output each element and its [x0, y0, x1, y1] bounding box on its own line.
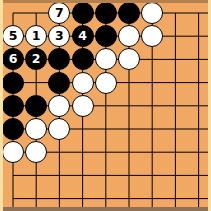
- white-stone[interactable]: [118, 25, 140, 47]
- intersection-r3c5[interactable]: [94, 48, 117, 71]
- intersection-r1c1[interactable]: [1, 1, 24, 24]
- intersection-r6c6[interactable]: [117, 117, 140, 140]
- intersection-r7c5[interactable]: [94, 141, 117, 164]
- intersection-r7c6[interactable]: [117, 141, 140, 164]
- white-stone[interactable]: 3: [48, 25, 70, 47]
- move-number-label: 5: [9, 30, 18, 43]
- intersection-r7c1[interactable]: [1, 141, 24, 164]
- move-number-label: 6: [9, 53, 18, 66]
- go-board-diagram: 7513462: [0, 0, 211, 211]
- move-number-label: 7: [55, 7, 64, 20]
- intersection-r3c7[interactable]: [141, 48, 164, 71]
- intersection-r1c9[interactable]: [187, 1, 210, 24]
- intersection-r2c6[interactable]: [117, 25, 140, 48]
- intersection-r7c8[interactable]: [164, 141, 187, 164]
- intersection-r6c1[interactable]: [1, 117, 24, 140]
- intersection-r1c5[interactable]: [94, 1, 117, 24]
- board-frame-left: [0, 0, 3, 211]
- board-frame-bottom: [0, 207, 211, 211]
- intersection-r2c4[interactable]: 4: [71, 25, 94, 48]
- intersection-r8c5[interactable]: [94, 164, 117, 187]
- white-stone[interactable]: [72, 72, 94, 94]
- white-stone[interactable]: 7: [48, 2, 70, 24]
- intersection-r5c9[interactable]: [187, 94, 210, 117]
- intersection-r6c3[interactable]: [48, 117, 71, 140]
- intersection-r5c1[interactable]: [1, 94, 24, 117]
- white-stone[interactable]: 1: [25, 25, 47, 47]
- black-stone[interactable]: [95, 25, 117, 47]
- intersection-r4c9[interactable]: [187, 71, 210, 94]
- white-stone[interactable]: [118, 48, 140, 70]
- move-number-label: 3: [55, 30, 64, 43]
- intersection-r4c8[interactable]: [164, 71, 187, 94]
- white-stone[interactable]: [141, 25, 163, 47]
- black-stone[interactable]: [2, 118, 24, 140]
- black-stone[interactable]: 6: [2, 48, 24, 70]
- intersection-r5c6[interactable]: [117, 94, 140, 117]
- black-stone[interactable]: [72, 48, 94, 70]
- intersection-r5c5[interactable]: [94, 94, 117, 117]
- intersection-r7c9[interactable]: [187, 141, 210, 164]
- intersection-r3c4[interactable]: [71, 48, 94, 71]
- white-stone[interactable]: 5: [2, 25, 24, 47]
- intersection-r5c3[interactable]: [48, 94, 71, 117]
- intersection-r8c1[interactable]: [1, 164, 24, 187]
- intersection-r3c1[interactable]: 6: [1, 48, 24, 71]
- intersection-r2c5[interactable]: [94, 25, 117, 48]
- intersection-r6c4[interactable]: [71, 117, 94, 140]
- intersection-r4c5[interactable]: [94, 71, 117, 94]
- white-stone[interactable]: [95, 72, 117, 94]
- intersection-r3c3[interactable]: [48, 48, 71, 71]
- intersection-r8c3[interactable]: [48, 164, 71, 187]
- intersection-r1c6[interactable]: [117, 1, 140, 24]
- intersection-r2c8[interactable]: [164, 25, 187, 48]
- intersection-r7c4[interactable]: [71, 141, 94, 164]
- intersection-r4c1[interactable]: [1, 71, 24, 94]
- intersection-r5c8[interactable]: [164, 94, 187, 117]
- board-frame-right: [208, 0, 211, 211]
- move-number-label: 1: [32, 30, 41, 43]
- intersection-r7c7[interactable]: [141, 141, 164, 164]
- black-stone[interactable]: 4: [72, 25, 94, 47]
- intersection-r6c7[interactable]: [141, 117, 164, 140]
- intersection-r5c4[interactable]: [71, 94, 94, 117]
- intersection-r2c7[interactable]: [141, 25, 164, 48]
- intersection-r6c8[interactable]: [164, 117, 187, 140]
- board-grid: 7513462: [1, 1, 210, 210]
- black-stone[interactable]: [2, 95, 24, 117]
- white-stone[interactable]: [25, 118, 47, 140]
- white-stone[interactable]: [25, 141, 47, 163]
- white-stone[interactable]: [2, 141, 24, 163]
- intersection-r1c7[interactable]: [141, 1, 164, 24]
- intersection-r2c2[interactable]: 1: [25, 25, 48, 48]
- black-stone[interactable]: [118, 2, 140, 24]
- intersection-r1c4[interactable]: [71, 1, 94, 24]
- black-stone[interactable]: [72, 2, 94, 24]
- intersection-r8c6[interactable]: [117, 164, 140, 187]
- intersection-r6c2[interactable]: [25, 117, 48, 140]
- move-number-label: 2: [32, 53, 41, 66]
- black-stone[interactable]: [2, 72, 24, 94]
- intersection-r8c4[interactable]: [71, 164, 94, 187]
- intersection-r3c9[interactable]: [187, 48, 210, 71]
- black-stone[interactable]: [48, 72, 70, 94]
- intersection-r5c7[interactable]: [141, 94, 164, 117]
- intersection-r4c4[interactable]: [71, 71, 94, 94]
- intersection-r4c6[interactable]: [117, 71, 140, 94]
- intersection-r1c2[interactable]: [25, 1, 48, 24]
- intersection-r8c2[interactable]: [25, 164, 48, 187]
- intersection-r2c9[interactable]: [187, 25, 210, 48]
- intersection-r6c5[interactable]: [94, 117, 117, 140]
- intersection-r1c8[interactable]: [164, 1, 187, 24]
- black-stone[interactable]: 2: [25, 48, 47, 70]
- intersection-r3c6[interactable]: [117, 48, 140, 71]
- board-frame-top: [0, 0, 211, 3]
- intersection-r5c2[interactable]: [25, 94, 48, 117]
- intersection-r8c7[interactable]: [141, 164, 164, 187]
- intersection-r8c8[interactable]: [164, 164, 187, 187]
- intersection-r7c2[interactable]: [25, 141, 48, 164]
- intersection-r3c2[interactable]: 2: [25, 48, 48, 71]
- white-stone[interactable]: [48, 95, 70, 117]
- intersection-r4c7[interactable]: [141, 71, 164, 94]
- intersection-r2c1[interactable]: 5: [1, 25, 24, 48]
- intersection-r3c8[interactable]: [164, 48, 187, 71]
- intersection-r8c9[interactable]: [187, 164, 210, 187]
- white-stone[interactable]: [72, 95, 94, 117]
- intersection-r6c9[interactable]: [187, 117, 210, 140]
- black-stone[interactable]: [95, 2, 117, 24]
- intersection-r7c3[interactable]: [48, 141, 71, 164]
- white-stone[interactable]: [141, 2, 163, 24]
- black-stone[interactable]: [48, 48, 70, 70]
- white-stone[interactable]: [48, 118, 70, 140]
- intersection-r1c3[interactable]: 7: [48, 1, 71, 24]
- white-stone[interactable]: [95, 48, 117, 70]
- intersection-r4c2[interactable]: [25, 71, 48, 94]
- intersection-r4c3[interactable]: [48, 71, 71, 94]
- black-stone[interactable]: [25, 95, 47, 117]
- intersection-r2c3[interactable]: 3: [48, 25, 71, 48]
- move-number-label: 4: [78, 30, 87, 43]
